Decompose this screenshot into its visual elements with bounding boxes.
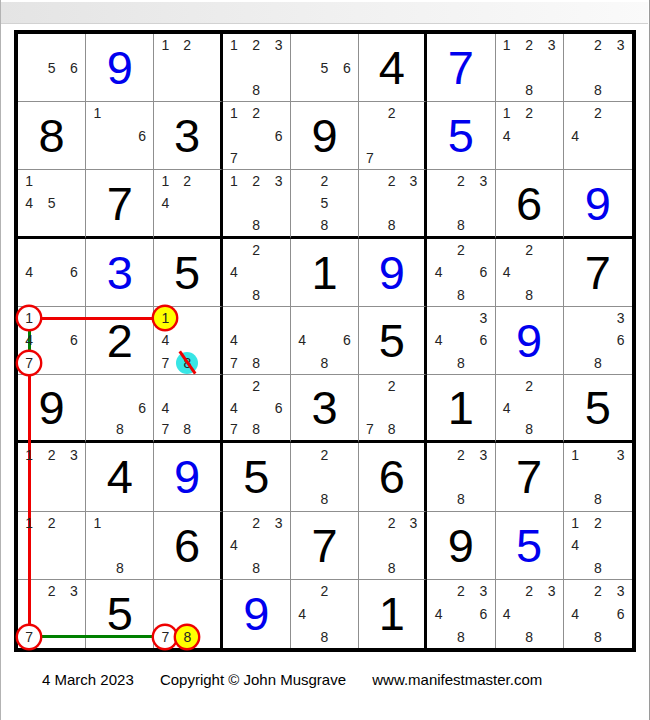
cell-value: 7 (585, 249, 611, 296)
candidate-8: 8 (587, 488, 610, 510)
candidate-9 (540, 419, 562, 441)
candidate-1 (564, 34, 587, 56)
candidate-6: 6 (63, 56, 85, 78)
cell-r8c4[interactable]: 2348 (223, 512, 291, 580)
candidate-4 (427, 466, 449, 488)
candidate-7 (564, 352, 587, 374)
candidate-1: 1 (496, 34, 518, 56)
candidate-grid: 123 (18, 443, 85, 510)
candidate-2: 2 (40, 512, 62, 534)
candidate-8 (587, 147, 610, 169)
candidate-grid: 248 (496, 239, 563, 306)
cell-r9c1[interactable]: 237 (18, 580, 86, 648)
candidate-4: 4 (18, 261, 40, 283)
candidate-3 (540, 102, 562, 124)
candidate-4: 4 (291, 603, 313, 626)
cell-r4c4[interactable]: 248 (223, 239, 291, 307)
candidate-7 (496, 419, 518, 441)
cell-r9c7[interactable]: 23468 (427, 580, 495, 648)
candidate-5 (381, 397, 403, 419)
candidate-grid: 258 (291, 170, 358, 235)
candidate-5 (40, 329, 62, 351)
candidate-7 (427, 488, 449, 510)
candidate-4 (359, 192, 381, 214)
cell-r8c5[interactable]: 7 (291, 512, 359, 580)
candidate-2: 2 (245, 170, 267, 192)
cell-r5c2[interactable]: 2 (86, 307, 154, 375)
candidate-6 (540, 125, 562, 147)
candidate-9 (609, 352, 632, 374)
cell-r8c6[interactable]: 238 (359, 512, 427, 580)
candidate-6 (472, 466, 494, 488)
candidate-9 (267, 79, 289, 101)
candidate-1: 1 (564, 443, 587, 465)
candidate-6 (403, 397, 425, 419)
candidate-5 (313, 603, 335, 626)
cell-r2c4[interactable]: 1267 (223, 102, 291, 170)
cell-r5c1[interactable]: 1467 (18, 307, 86, 375)
candidate-7 (496, 147, 518, 169)
candidate-3: 3 (267, 512, 289, 534)
cell-r7c5[interactable]: 28 (291, 443, 359, 511)
candidate-2: 2 (313, 170, 335, 192)
cell-r1c3[interactable]: 12 (154, 34, 222, 102)
cell-value: 5 (243, 453, 269, 500)
candidate-2: 2 (518, 239, 540, 261)
candidate-3: 3 (609, 307, 632, 329)
candidate-grid: 1238 (223, 170, 290, 235)
cell-value: 4 (107, 453, 133, 500)
candidate-grid: 124 (496, 102, 563, 169)
cell-r3c3[interactable]: 124 (154, 170, 222, 238)
candidate-1 (427, 580, 449, 603)
cell-r6c1[interactable]: 9 (18, 375, 86, 443)
candidate-5 (450, 603, 472, 626)
candidate-5 (245, 192, 267, 214)
candidate-1: 1 (18, 307, 40, 329)
candidate-grid: 237 (18, 580, 85, 648)
cell-r3c6[interactable]: 238 (359, 170, 427, 238)
candidate-3 (472, 239, 494, 261)
candidate-4 (291, 192, 313, 214)
candidate-4 (86, 534, 108, 556)
cell-r4c8[interactable]: 248 (496, 239, 564, 307)
candidate-3: 3 (472, 443, 494, 465)
candidate-7: 7 (359, 147, 381, 169)
candidate-grid: 56 (18, 34, 85, 101)
candidate-5 (450, 329, 472, 351)
candidate-3: 3 (472, 170, 494, 192)
cell-r2c9[interactable]: 24 (564, 102, 632, 170)
candidate-4: 4 (496, 603, 518, 626)
sudoku-board: 5691212385647123823881631267927512424145… (14, 30, 636, 652)
candidate-1: 1 (223, 170, 245, 192)
candidate-4 (496, 56, 518, 78)
cell-r3c4[interactable]: 1238 (223, 170, 291, 238)
candidate-2: 2 (381, 102, 403, 124)
candidate-2 (40, 239, 62, 261)
candidate-6 (267, 261, 289, 283)
candidate-1 (496, 580, 518, 603)
candidate-8: 8 (518, 625, 540, 648)
candidate-4 (154, 603, 176, 626)
candidate-1 (359, 512, 381, 534)
candidate-grid: 23468 (427, 580, 494, 648)
candidate-7 (427, 283, 449, 305)
candidate-7 (18, 488, 40, 510)
candidate-8 (109, 147, 131, 169)
cell-r9c3[interactable]: 78 (154, 580, 222, 648)
candidate-6: 6 (63, 261, 85, 283)
candidate-6: 6 (267, 125, 289, 147)
candidate-8 (176, 79, 198, 101)
candidate-6 (540, 261, 562, 283)
cell-r9c9[interactable]: 23468 (564, 580, 632, 648)
candidate-4 (359, 125, 381, 147)
candidate-3 (267, 307, 289, 329)
candidate-7 (291, 352, 313, 374)
cell-r3c9[interactable]: 9 (564, 170, 632, 238)
candidate-9 (540, 79, 562, 101)
candidate-4 (18, 466, 40, 488)
candidate-6 (267, 56, 289, 78)
cell-r8c9[interactable]: 1248 (564, 512, 632, 580)
candidate-9 (472, 625, 494, 648)
cell-r5c9[interactable]: 368 (564, 307, 632, 375)
candidate-3 (336, 443, 358, 465)
candidate-5 (450, 192, 472, 214)
candidate-7 (564, 556, 587, 578)
candidate-8: 8 (245, 79, 267, 101)
cell-r6c3[interactable]: 478 (154, 375, 222, 443)
candidate-9 (63, 214, 85, 236)
candidate-grid: 1478 (154, 307, 219, 374)
cell-r4c6[interactable]: 9 (359, 239, 427, 307)
candidate-1 (496, 375, 518, 397)
cell-r1c8[interactable]: 1238 (496, 34, 564, 102)
candidate-5 (245, 329, 267, 351)
candidate-9 (63, 625, 85, 648)
cell-r2c6[interactable]: 27 (359, 102, 427, 170)
candidate-6 (198, 329, 219, 351)
cell-r1c4[interactable]: 1238 (223, 34, 291, 102)
cell-r6c8[interactable]: 248 (496, 375, 564, 443)
cell-r7c8[interactable]: 7 (496, 443, 564, 511)
candidate-4: 4 (154, 397, 176, 419)
cell-value: 7 (516, 453, 542, 500)
candidate-8 (40, 556, 62, 578)
candidate-4 (223, 192, 245, 214)
cell-r7c2[interactable]: 4 (86, 443, 154, 511)
cell-r2c1[interactable]: 8 (18, 102, 86, 170)
candidate-3 (336, 34, 358, 56)
candidate-7: 7 (223, 147, 245, 169)
candidate-2 (109, 375, 131, 397)
cell-value: 9 (379, 249, 405, 296)
candidate-9 (131, 147, 153, 169)
candidate-7 (223, 214, 245, 236)
candidate-7 (18, 556, 40, 578)
cell-r2c7[interactable]: 5 (427, 102, 495, 170)
candidate-grid: 238 (427, 443, 494, 510)
candidate-5 (176, 397, 198, 419)
candidate-6 (63, 534, 85, 556)
cell-r4c1[interactable]: 46 (18, 239, 86, 307)
cell-r2c8[interactable]: 124 (496, 102, 564, 170)
cell-r8c8[interactable]: 5 (496, 512, 564, 580)
candidate-7: 7 (154, 626, 176, 648)
candidate-8: 8 (245, 283, 267, 305)
candidate-3: 3 (63, 580, 85, 603)
candidate-8 (176, 214, 198, 236)
candidate-9 (336, 488, 358, 510)
cell-r5c6[interactable]: 5 (359, 307, 427, 375)
cell-r4c5[interactable]: 1 (291, 239, 359, 307)
cell-value: 9 (174, 453, 200, 500)
candidate-5 (176, 603, 198, 626)
candidate-grid: 1238 (496, 34, 563, 101)
candidate-4 (18, 56, 40, 78)
candidate-8: 8 (176, 419, 198, 441)
candidate-1 (427, 170, 449, 192)
candidate-1 (291, 34, 313, 56)
candidate-7 (291, 488, 313, 510)
candidate-1: 1 (86, 102, 108, 124)
cell-r4c9[interactable]: 7 (564, 239, 632, 307)
candidate-2: 2 (176, 34, 198, 56)
cell-r6c9[interactable]: 5 (564, 375, 632, 443)
candidate-1: 1 (154, 34, 176, 56)
candidate-2 (313, 307, 335, 329)
cell-r2c5[interactable]: 9 (291, 102, 359, 170)
candidate-2 (40, 170, 62, 192)
candidate-5 (245, 534, 267, 556)
footer: 4 March 2023 Copyright © John Musgrave w… (42, 671, 564, 688)
candidate-1 (427, 307, 449, 329)
footer-copyright: Copyright © John Musgrave (160, 671, 346, 688)
candidate-8: 8 (450, 625, 472, 648)
candidate-4: 4 (564, 534, 587, 556)
candidate-8: 8 (587, 79, 610, 101)
candidate-9 (336, 625, 358, 648)
candidate-4: 4 (496, 397, 518, 419)
candidate-grid: 145 (18, 170, 85, 235)
candidate-9 (198, 79, 220, 101)
candidate-5 (109, 534, 131, 556)
candidate-6 (267, 534, 289, 556)
candidate-1: 1 (154, 170, 176, 192)
candidate-8 (245, 147, 267, 169)
candidate-7 (496, 283, 518, 305)
cell-value: 3 (174, 112, 200, 159)
cell-r5c7[interactable]: 3468 (427, 307, 495, 375)
cell-r3c5[interactable]: 258 (291, 170, 359, 238)
cell-r1c9[interactable]: 238 (564, 34, 632, 102)
cell-r5c5[interactable]: 468 (291, 307, 359, 375)
candidate-3 (198, 34, 220, 56)
candidate-8 (40, 79, 62, 101)
cell-r3c2[interactable]: 7 (86, 170, 154, 238)
candidate-7 (86, 147, 108, 169)
candidate-1 (291, 580, 313, 603)
candidate-1 (291, 307, 313, 329)
candidate-7 (18, 79, 40, 101)
cell-value: 9 (311, 112, 337, 159)
cell-r1c7[interactable]: 7 (427, 34, 495, 102)
cell-value: 6 (379, 453, 405, 500)
candidate-6 (336, 192, 358, 214)
candidate-9 (63, 283, 85, 305)
cell-r9c2[interactable]: 5 (86, 580, 154, 648)
cell-r7c4[interactable]: 5 (223, 443, 291, 511)
cell-r7c1[interactable]: 123 (18, 443, 86, 511)
cell-r6c2[interactable]: 68 (86, 375, 154, 443)
candidate-8: 8 (381, 214, 403, 236)
cell-r5c8[interactable]: 9 (496, 307, 564, 375)
candidate-1 (86, 375, 108, 397)
candidate-2: 2 (518, 34, 540, 56)
candidate-2: 2 (450, 443, 472, 465)
cell-r9c4[interactable]: 9 (223, 580, 291, 648)
cell-r5c4[interactable]: 478 (223, 307, 291, 375)
candidate-5 (176, 329, 198, 351)
cell-r1c5[interactable]: 56 (291, 34, 359, 102)
candidate-6 (198, 56, 220, 78)
candidate-grid: 1248 (564, 512, 632, 579)
candidate-3: 3 (540, 34, 562, 56)
cell-r4c2[interactable]: 3 (86, 239, 154, 307)
candidate-8: 8 (450, 488, 472, 510)
cell-r8c2[interactable]: 18 (86, 512, 154, 580)
candidate-4: 4 (496, 125, 518, 147)
cell-r6c6[interactable]: 278 (359, 375, 427, 443)
candidate-2: 2 (450, 239, 472, 261)
candidate-3 (403, 375, 425, 397)
candidate-9 (198, 419, 220, 441)
candidate-1 (564, 307, 587, 329)
candidate-4 (359, 534, 381, 556)
candidate-9 (403, 419, 425, 441)
candidate-3: 3 (403, 512, 425, 534)
cell-r6c7[interactable]: 1 (427, 375, 495, 443)
candidate-4: 4 (564, 125, 587, 147)
candidate-2 (176, 375, 198, 397)
cell-r4c3[interactable]: 5 (154, 239, 222, 307)
cell-r8c3[interactable]: 6 (154, 512, 222, 580)
cell-r3c7[interactable]: 238 (427, 170, 495, 238)
candidate-2: 2 (587, 580, 610, 603)
cell-r7c9[interactable]: 138 (564, 443, 632, 511)
cell-value: 1 (311, 249, 337, 296)
candidate-1 (18, 239, 40, 261)
candidate-5 (176, 56, 198, 78)
cell-r9c6[interactable]: 1 (359, 580, 427, 648)
candidate-grid: 46 (18, 239, 85, 306)
candidate-4 (18, 603, 40, 626)
candidate-8: 8 (450, 214, 472, 236)
candidate-5 (518, 261, 540, 283)
cell-r8c1[interactable]: 12 (18, 512, 86, 580)
cell-r1c6[interactable]: 4 (359, 34, 427, 102)
cell-value: 2 (107, 317, 133, 364)
candidate-4 (564, 466, 587, 488)
cell-r8c7[interactable]: 9 (427, 512, 495, 580)
candidate-grid: 16 (86, 102, 153, 169)
candidate-1: 1 (154, 307, 176, 329)
candidate-4 (564, 56, 587, 78)
candidate-7 (496, 79, 518, 101)
cell-r6c4[interactable]: 24678 (223, 375, 291, 443)
candidate-1: 1 (223, 102, 245, 124)
candidate-5 (587, 466, 610, 488)
candidate-5 (518, 125, 540, 147)
candidate-2: 2 (245, 375, 267, 397)
candidate-5 (381, 534, 403, 556)
cell-r9c8[interactable]: 2348 (496, 580, 564, 648)
candidate-2 (245, 307, 267, 329)
candidate-2 (587, 307, 610, 329)
candidate-5 (587, 534, 610, 556)
candidate-3: 3 (472, 307, 494, 329)
cell-r5c3[interactable]: 1478 (154, 307, 222, 375)
candidate-3: 3 (472, 580, 494, 603)
candidate-2 (40, 307, 62, 329)
candidate-grid: 138 (564, 443, 632, 510)
cell-r6c5[interactable]: 3 (291, 375, 359, 443)
cell-r7c3[interactable]: 9 (154, 443, 222, 511)
candidate-7 (564, 79, 587, 101)
candidate-8: 8 (109, 419, 131, 441)
candidate-6 (267, 192, 289, 214)
cell-r2c3[interactable]: 3 (154, 102, 222, 170)
cell-value: 9 (243, 590, 269, 637)
candidate-grid: 124 (154, 170, 219, 235)
candidate-3: 3 (403, 170, 425, 192)
candidate-6: 6 (63, 329, 85, 351)
candidate-6: 6 (131, 125, 153, 147)
candidate-5 (40, 534, 62, 556)
candidate-4 (359, 397, 381, 419)
cell-r3c8[interactable]: 6 (496, 170, 564, 238)
candidate-6 (540, 56, 562, 78)
candidate-3 (336, 170, 358, 192)
cell-value: 8 (39, 112, 65, 159)
cell-r7c7[interactable]: 238 (427, 443, 495, 511)
candidate-4 (154, 56, 176, 78)
candidate-7: 7 (359, 419, 381, 441)
candidate-6: 6 (131, 397, 153, 419)
candidate-3: 3 (609, 34, 632, 56)
cell-r9c5[interactable]: 248 (291, 580, 359, 648)
cell-r7c6[interactable]: 6 (359, 443, 427, 511)
cell-r4c7[interactable]: 2468 (427, 239, 495, 307)
cell-value: 1 (379, 590, 405, 637)
candidate-9 (540, 283, 562, 305)
candidate-1 (427, 239, 449, 261)
cell-r3c1[interactable]: 145 (18, 170, 86, 238)
candidate-8 (40, 283, 62, 305)
cell-r2c2[interactable]: 16 (86, 102, 154, 170)
cell-r1c1[interactable]: 56 (18, 34, 86, 102)
candidate-grid: 278 (359, 375, 424, 440)
cell-value: 1 (448, 384, 474, 431)
candidate-1: 1 (496, 102, 518, 124)
candidate-6 (63, 192, 85, 214)
candidate-5: 5 (313, 56, 335, 78)
candidate-2 (176, 580, 198, 603)
candidate-6: 6 (336, 329, 358, 351)
cell-r1c2[interactable]: 9 (86, 34, 154, 102)
